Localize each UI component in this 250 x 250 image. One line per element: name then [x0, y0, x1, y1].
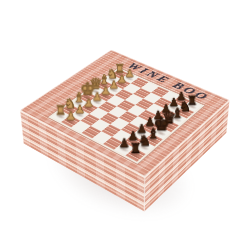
square-h2[interactable]: ♟: [61, 115, 80, 127]
square-h8[interactable]: ♜: [125, 148, 145, 162]
piece-wP[interactable]: ♟: [57, 96, 84, 121]
product-photo-stage: WINE BOO ♜♟♟♜♞♟♟♞♝♟♟♝♛♟♟♛♚♟♟♚♝♟♟♝♞♟♟♞♜♟♟…: [0, 0, 250, 250]
piece-bR[interactable]: ♜: [121, 128, 150, 155]
chess-book-box: WINE BOO ♜♟♟♜♞♟♟♞♝♟♟♝♛♟♟♛♚♟♟♚♝♟♟♝♞♟♟♞♜♟♟…: [22, 65, 228, 194]
scene: WINE BOO ♜♟♟♜♞♟♟♞♝♟♟♝♛♟♟♛♚♟♟♚♝♟♟♝♞♟♟♞♜♟♟…: [0, 0, 250, 250]
